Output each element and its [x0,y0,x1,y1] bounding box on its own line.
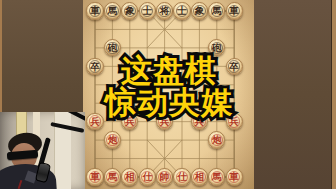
piece-red-仕: 仕 [139,168,156,185]
piece-black-車: 車 [86,2,103,19]
piece-character: 馬 [212,6,222,16]
piece-red-車: 車 [226,168,243,185]
piece-red-馬: 馬 [208,168,225,185]
piece-black-馬: 馬 [208,2,225,19]
piece-red-仕: 仕 [173,168,190,185]
piece-red-帥: 帥 [156,168,173,185]
piece-black-車: 車 [226,2,243,19]
piece-character: 士 [177,6,187,16]
piece-black-象: 象 [191,2,208,19]
piece-character: 馬 [108,172,118,182]
piece-red-相: 相 [191,168,208,185]
piece-character: 車 [229,172,239,182]
piece-red-炮: 炮 [208,131,225,148]
piece-red-車: 車 [86,168,103,185]
piece-character: 将 [160,6,170,16]
piece-character: 帥 [160,172,170,182]
piece-character: 相 [125,172,135,182]
piece-black-象: 象 [121,2,138,19]
piece-red-相: 相 [121,168,138,185]
piece-character: 車 [229,6,239,16]
piece-character: 士 [142,6,152,16]
piece-black-士: 士 [173,2,190,19]
piece-character: 車 [90,172,100,182]
piece-character: 象 [125,6,135,16]
piece-character: 相 [195,172,205,182]
piece-character: 馬 [212,172,222,182]
piece-black-士: 士 [139,2,156,19]
caption-line-2: 惊动央媒 [64,87,274,119]
piece-character: 象 [195,6,205,16]
piece-character: 炮 [212,136,222,146]
caption-line-1: 这盘棋 [64,55,274,87]
piece-character: 車 [90,6,100,16]
piece-character: 仕 [177,172,187,182]
piece-red-炮: 炮 [104,131,121,148]
piece-character: 馬 [108,6,118,16]
piece-character: 仕 [142,172,152,182]
webcam-overlay [0,112,85,189]
piece-character: 炮 [108,136,118,146]
video-frame: 楚河汉界 車馬象士将士象馬車砲砲卒卒卒卒卒兵兵兵兵兵炮炮車馬相仕帥仕相馬車 这盘… [0,0,336,189]
piece-red-馬: 馬 [104,168,121,185]
piece-character: 兵 [90,117,100,127]
piece-black-砲: 砲 [104,39,121,56]
thumbnail-caption: 这盘棋 惊动央媒 [64,55,274,118]
background-right-edge-strip [331,0,336,189]
piece-character: 砲 [108,43,118,53]
piece-black-馬: 馬 [104,2,121,19]
piece-black-将: 将 [156,2,173,19]
